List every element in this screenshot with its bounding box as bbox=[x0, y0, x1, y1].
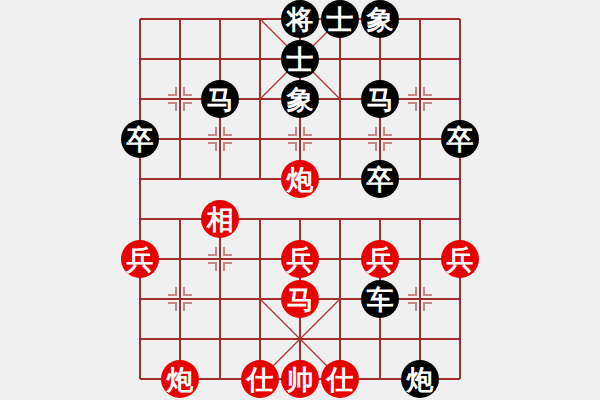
piece-red-soldier[interactable]: 兵 bbox=[441, 240, 479, 278]
piece-black-advisor[interactable]: 士 bbox=[281, 40, 319, 78]
piece-black-elephant[interactable]: 象 bbox=[361, 0, 399, 38]
pieces-layer: 将士象士马象马卒卒炮卒相兵兵兵兵马车炮仕帅仕炮 bbox=[120, 0, 480, 399]
piece-red-king[interactable]: 帅 bbox=[281, 360, 319, 398]
piece-black-cannon[interactable]: 炮 bbox=[401, 360, 439, 398]
piece-black-advisor[interactable]: 士 bbox=[321, 0, 359, 38]
piece-red-cannon[interactable]: 炮 bbox=[281, 160, 319, 198]
piece-red-elephant[interactable]: 相 bbox=[201, 200, 239, 238]
piece-red-advisor[interactable]: 仕 bbox=[321, 360, 359, 398]
xiangqi-board: 将士象士马象马卒卒炮卒相兵兵兵兵马车炮仕帅仕炮 bbox=[0, 0, 600, 400]
piece-black-horse[interactable]: 马 bbox=[361, 80, 399, 118]
piece-black-soldier[interactable]: 卒 bbox=[441, 120, 479, 158]
piece-red-soldier[interactable]: 兵 bbox=[281, 240, 319, 278]
piece-red-horse[interactable]: 马 bbox=[281, 280, 319, 318]
piece-red-soldier[interactable]: 兵 bbox=[121, 240, 159, 278]
piece-black-horse[interactable]: 马 bbox=[201, 80, 239, 118]
piece-red-cannon[interactable]: 炮 bbox=[161, 360, 199, 398]
piece-red-soldier[interactable]: 兵 bbox=[361, 240, 399, 278]
piece-black-general[interactable]: 将 bbox=[281, 0, 319, 38]
piece-black-soldier[interactable]: 卒 bbox=[361, 160, 399, 198]
piece-black-chariot[interactable]: 车 bbox=[361, 280, 399, 318]
piece-black-soldier[interactable]: 卒 bbox=[121, 120, 159, 158]
piece-red-advisor[interactable]: 仕 bbox=[241, 360, 279, 398]
piece-black-elephant[interactable]: 象 bbox=[281, 80, 319, 118]
